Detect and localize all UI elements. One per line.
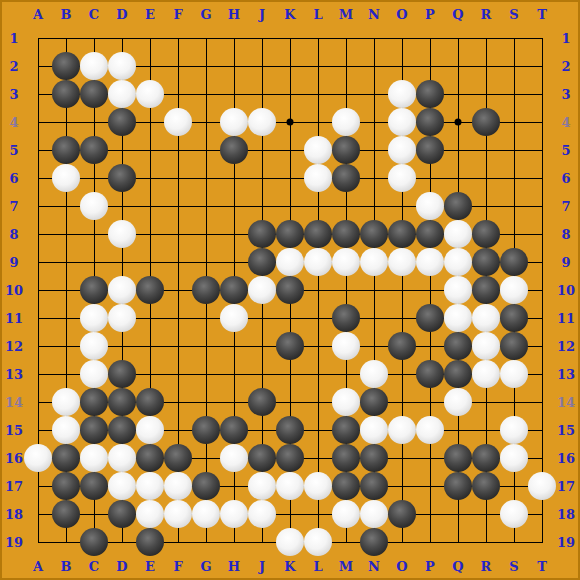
black-stone-K12[interactable]	[276, 332, 304, 360]
column-label-top: O	[396, 8, 407, 21]
white-stone-C2[interactable]	[80, 52, 108, 80]
row-label-right: 3	[561, 88, 570, 101]
white-stone-M4[interactable]	[332, 108, 360, 136]
column-label-top: L	[313, 8, 322, 21]
black-stone-S9[interactable]	[500, 248, 528, 276]
grid-line-vertical	[318, 38, 319, 543]
white-stone-S15[interactable]	[500, 416, 528, 444]
column-label-top: E	[145, 8, 155, 21]
column-label-top: K	[284, 8, 295, 21]
column-label-bottom: H	[228, 560, 240, 573]
black-stone-Q17[interactable]	[444, 472, 472, 500]
black-stone-C14[interactable]	[80, 388, 108, 416]
black-stone-K10[interactable]	[276, 276, 304, 304]
white-stone-D10[interactable]	[108, 276, 136, 304]
white-stone-O5[interactable]	[388, 136, 416, 164]
black-stone-S12[interactable]	[500, 332, 528, 360]
white-stone-J10[interactable]	[248, 276, 276, 304]
row-label-right: 7	[561, 200, 570, 213]
column-label-bottom: J	[259, 560, 265, 573]
black-stone-B18[interactable]	[52, 500, 80, 528]
white-stone-O4[interactable]	[388, 108, 416, 136]
white-stone-A16[interactable]	[24, 444, 52, 472]
white-stone-P9[interactable]	[416, 248, 444, 276]
column-label-top: F	[173, 8, 182, 21]
column-label-bottom: K	[284, 560, 295, 573]
row-label-left: 18	[5, 508, 23, 521]
white-stone-N13[interactable]	[360, 360, 388, 388]
black-stone-H10[interactable]	[220, 276, 248, 304]
column-label-bottom: O	[396, 560, 407, 573]
column-label-bottom: F	[173, 560, 182, 573]
white-stone-R13[interactable]	[472, 360, 500, 388]
black-stone-P8[interactable]	[416, 220, 444, 248]
row-label-right: 16	[557, 452, 575, 465]
black-stone-L8[interactable]	[304, 220, 332, 248]
white-stone-Q9[interactable]	[444, 248, 472, 276]
black-stone-G15[interactable]	[192, 416, 220, 444]
row-label-right: 1	[561, 32, 570, 45]
black-stone-P4[interactable]	[416, 108, 444, 136]
white-stone-E15[interactable]	[136, 416, 164, 444]
black-stone-C3[interactable]	[80, 80, 108, 108]
white-stone-G18[interactable]	[192, 500, 220, 528]
white-stone-S16[interactable]	[500, 444, 528, 472]
row-label-left: 15	[5, 424, 23, 437]
black-stone-N16[interactable]	[360, 444, 388, 472]
row-label-right: 2	[561, 60, 570, 73]
row-label-right: 8	[561, 228, 570, 241]
white-stone-J4[interactable]	[248, 108, 276, 136]
column-label-top: A	[33, 8, 43, 21]
black-stone-Q13[interactable]	[444, 360, 472, 388]
row-label-right: 6	[561, 172, 570, 185]
white-stone-E18[interactable]	[136, 500, 164, 528]
row-label-right: 5	[561, 144, 570, 157]
black-stone-D4[interactable]	[108, 108, 136, 136]
column-label-bottom: T	[537, 560, 547, 573]
row-label-left: 4	[9, 116, 18, 129]
black-stone-G17[interactable]	[192, 472, 220, 500]
black-stone-J9[interactable]	[248, 248, 276, 276]
black-stone-E16[interactable]	[136, 444, 164, 472]
row-label-left: 10	[5, 284, 23, 297]
row-label-left: 14	[5, 396, 23, 409]
black-stone-D18[interactable]	[108, 500, 136, 528]
black-stone-C19[interactable]	[80, 528, 108, 556]
white-stone-O15[interactable]	[388, 416, 416, 444]
column-label-bottom: C	[89, 560, 99, 573]
white-stone-C16[interactable]	[80, 444, 108, 472]
black-stone-R16[interactable]	[472, 444, 500, 472]
column-label-top: C	[89, 8, 99, 21]
row-label-right: 9	[561, 256, 570, 269]
black-stone-R4[interactable]	[472, 108, 500, 136]
black-stone-R17[interactable]	[472, 472, 500, 500]
column-label-bottom: R	[481, 560, 492, 573]
white-stone-O9[interactable]	[388, 248, 416, 276]
column-label-bottom: E	[145, 560, 155, 573]
row-label-left: 2	[9, 60, 18, 73]
white-stone-T17[interactable]	[528, 472, 556, 500]
black-stone-M6[interactable]	[332, 164, 360, 192]
column-label-bottom: G	[200, 560, 211, 573]
column-label-bottom: P	[425, 560, 435, 573]
white-stone-M14[interactable]	[332, 388, 360, 416]
black-stone-P13[interactable]	[416, 360, 444, 388]
white-stone-H18[interactable]	[220, 500, 248, 528]
black-stone-R10[interactable]	[472, 276, 500, 304]
black-stone-M16[interactable]	[332, 444, 360, 472]
white-stone-J18[interactable]	[248, 500, 276, 528]
column-label-top: G	[200, 8, 211, 21]
column-label-top: B	[61, 8, 72, 21]
white-stone-Q14[interactable]	[444, 388, 472, 416]
row-label-left: 1	[9, 32, 18, 45]
white-stone-E17[interactable]	[136, 472, 164, 500]
white-stone-F18[interactable]	[164, 500, 192, 528]
black-stone-B3[interactable]	[52, 80, 80, 108]
column-label-top: R	[481, 8, 492, 21]
black-stone-M11[interactable]	[332, 304, 360, 332]
row-label-right: 15	[557, 424, 575, 437]
black-stone-B17[interactable]	[52, 472, 80, 500]
white-stone-R11[interactable]	[472, 304, 500, 332]
white-stone-H11[interactable]	[220, 304, 248, 332]
column-label-top: J	[259, 8, 265, 21]
white-stone-D11[interactable]	[108, 304, 136, 332]
white-stone-S18[interactable]	[500, 500, 528, 528]
column-label-top: T	[537, 8, 547, 21]
column-label-top: D	[116, 8, 127, 21]
white-stone-D2[interactable]	[108, 52, 136, 80]
column-label-bottom: D	[116, 560, 127, 573]
black-stone-C5[interactable]	[80, 136, 108, 164]
row-label-left: 9	[9, 256, 18, 269]
white-stone-F17[interactable]	[164, 472, 192, 500]
column-label-top: P	[425, 8, 435, 21]
white-stone-C11[interactable]	[80, 304, 108, 332]
white-stone-L9[interactable]	[304, 248, 332, 276]
white-stone-Q10[interactable]	[444, 276, 472, 304]
column-label-bottom: A	[33, 560, 43, 573]
row-label-right: 12	[557, 340, 575, 353]
column-label-bottom: N	[368, 560, 380, 573]
white-stone-L6[interactable]	[304, 164, 332, 192]
row-label-right: 17	[557, 480, 575, 493]
white-stone-H4[interactable]	[220, 108, 248, 136]
white-stone-B14[interactable]	[52, 388, 80, 416]
black-stone-Q16[interactable]	[444, 444, 472, 472]
white-stone-M12[interactable]	[332, 332, 360, 360]
black-stone-N14[interactable]	[360, 388, 388, 416]
black-stone-K8[interactable]	[276, 220, 304, 248]
column-label-bottom: M	[339, 560, 353, 573]
white-stone-Q8[interactable]	[444, 220, 472, 248]
white-stone-S10[interactable]	[500, 276, 528, 304]
white-stone-D17[interactable]	[108, 472, 136, 500]
black-stone-H5[interactable]	[220, 136, 248, 164]
row-label-left: 3	[9, 88, 18, 101]
white-stone-O6[interactable]	[388, 164, 416, 192]
black-stone-K15[interactable]	[276, 416, 304, 444]
white-stone-R12[interactable]	[472, 332, 500, 360]
black-stone-D6[interactable]	[108, 164, 136, 192]
row-label-left: 16	[5, 452, 23, 465]
black-stone-D15[interactable]	[108, 416, 136, 444]
white-stone-D16[interactable]	[108, 444, 136, 472]
star-point	[287, 119, 294, 126]
white-stone-P15[interactable]	[416, 416, 444, 444]
row-label-left: 12	[5, 340, 23, 353]
column-label-bottom: S	[509, 560, 518, 573]
white-stone-F4[interactable]	[164, 108, 192, 136]
white-stone-O3[interactable]	[388, 80, 416, 108]
row-label-left: 5	[9, 144, 18, 157]
white-stone-D3[interactable]	[108, 80, 136, 108]
row-label-right: 14	[557, 396, 575, 409]
go-board[interactable]: AA11BB22CC33DD44EE55FF66GG77HH88JJ99KK10…	[0, 0, 580, 580]
black-stone-P3[interactable]	[416, 80, 444, 108]
white-stone-M9[interactable]	[332, 248, 360, 276]
column-label-bottom: B	[61, 560, 72, 573]
white-stone-S13[interactable]	[500, 360, 528, 388]
column-label-top: N	[368, 8, 380, 21]
black-stone-C15[interactable]	[80, 416, 108, 444]
black-stone-M5[interactable]	[332, 136, 360, 164]
white-stone-N18[interactable]	[360, 500, 388, 528]
black-stone-J16[interactable]	[248, 444, 276, 472]
white-stone-B6[interactable]	[52, 164, 80, 192]
black-stone-G10[interactable]	[192, 276, 220, 304]
white-stone-B15[interactable]	[52, 416, 80, 444]
black-stone-E19[interactable]	[136, 528, 164, 556]
row-label-right: 11	[557, 312, 575, 325]
white-stone-L19[interactable]	[304, 528, 332, 556]
column-label-top: M	[339, 8, 353, 21]
row-label-right: 18	[557, 508, 575, 521]
row-label-right: 10	[557, 284, 575, 297]
row-label-left: 17	[5, 480, 23, 493]
black-stone-S11[interactable]	[500, 304, 528, 332]
white-stone-N15[interactable]	[360, 416, 388, 444]
grid-line-vertical	[542, 38, 543, 543]
black-stone-C17[interactable]	[80, 472, 108, 500]
black-stone-P11[interactable]	[416, 304, 444, 332]
white-stone-K17[interactable]	[276, 472, 304, 500]
column-label-bottom: Q	[452, 560, 463, 573]
row-label-left: 7	[9, 200, 18, 213]
black-stone-D14[interactable]	[108, 388, 136, 416]
column-label-top: H	[228, 8, 240, 21]
star-point	[455, 119, 462, 126]
column-label-top: S	[509, 8, 518, 21]
black-stone-J8[interactable]	[248, 220, 276, 248]
white-stone-Q11[interactable]	[444, 304, 472, 332]
white-stone-N9[interactable]	[360, 248, 388, 276]
black-stone-N17[interactable]	[360, 472, 388, 500]
black-stone-R8[interactable]	[472, 220, 500, 248]
row-label-left: 19	[5, 536, 23, 549]
black-stone-M8[interactable]	[332, 220, 360, 248]
black-stone-O18[interactable]	[388, 500, 416, 528]
black-stone-N8[interactable]	[360, 220, 388, 248]
row-label-right: 13	[557, 368, 575, 381]
black-stone-N19[interactable]	[360, 528, 388, 556]
black-stone-Q7[interactable]	[444, 192, 472, 220]
black-stone-C10[interactable]	[80, 276, 108, 304]
white-stone-M18[interactable]	[332, 500, 360, 528]
white-stone-C13[interactable]	[80, 360, 108, 388]
black-stone-M17[interactable]	[332, 472, 360, 500]
black-stone-Q12[interactable]	[444, 332, 472, 360]
black-stone-O12[interactable]	[388, 332, 416, 360]
white-stone-P7[interactable]	[416, 192, 444, 220]
row-label-left: 8	[9, 228, 18, 241]
white-stone-J17[interactable]	[248, 472, 276, 500]
column-label-top: Q	[452, 8, 463, 21]
black-stone-O8[interactable]	[388, 220, 416, 248]
white-stone-K19[interactable]	[276, 528, 304, 556]
white-stone-D8[interactable]	[108, 220, 136, 248]
column-label-bottom: L	[313, 560, 322, 573]
black-stone-B5[interactable]	[52, 136, 80, 164]
white-stone-K9[interactable]	[276, 248, 304, 276]
black-stone-D13[interactable]	[108, 360, 136, 388]
black-stone-J14[interactable]	[248, 388, 276, 416]
black-stone-H15[interactable]	[220, 416, 248, 444]
white-stone-H16[interactable]	[220, 444, 248, 472]
black-stone-B2[interactable]	[52, 52, 80, 80]
row-label-left: 13	[5, 368, 23, 381]
white-stone-C12[interactable]	[80, 332, 108, 360]
row-label-left: 6	[9, 172, 18, 185]
black-stone-E10[interactable]	[136, 276, 164, 304]
white-stone-E3[interactable]	[136, 80, 164, 108]
row-label-left: 11	[5, 312, 23, 325]
black-stone-F16[interactable]	[164, 444, 192, 472]
black-stone-K16[interactable]	[276, 444, 304, 472]
row-label-right: 19	[557, 536, 575, 549]
black-stone-R9[interactable]	[472, 248, 500, 276]
white-stone-L17[interactable]	[304, 472, 332, 500]
black-stone-B16[interactable]	[52, 444, 80, 472]
black-stone-M15[interactable]	[332, 416, 360, 444]
row-label-right: 4	[561, 116, 570, 129]
black-stone-E14[interactable]	[136, 388, 164, 416]
white-stone-L5[interactable]	[304, 136, 332, 164]
white-stone-C7[interactable]	[80, 192, 108, 220]
black-stone-P5[interactable]	[416, 136, 444, 164]
